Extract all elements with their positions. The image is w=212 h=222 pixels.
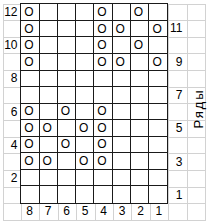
stitch-label-3: 3 bbox=[113, 204, 132, 219]
stitch-label-7: 7 bbox=[39, 204, 58, 219]
pattern-cell-empty bbox=[94, 186, 112, 203]
pattern-cell-empty bbox=[58, 71, 76, 88]
pattern-cell-yarn-over: O bbox=[149, 21, 167, 38]
pattern-cell-empty bbox=[76, 21, 94, 38]
pattern-cell-empty bbox=[21, 87, 39, 104]
pattern-cell-empty bbox=[131, 153, 149, 170]
pattern-cell-empty bbox=[131, 186, 149, 203]
stitch-label-2: 2 bbox=[131, 204, 150, 219]
row-label-right-1: 1 bbox=[170, 187, 183, 204]
pattern-cell-empty bbox=[76, 4, 94, 21]
row-label-right-7: 7 bbox=[170, 87, 183, 104]
pattern-cell-yarn-over: O bbox=[94, 153, 112, 170]
row-label-left-4: 4 bbox=[0, 137, 18, 154]
pattern-cell-empty bbox=[40, 186, 58, 203]
pattern-cell-empty bbox=[149, 186, 167, 203]
pattern-cell-empty bbox=[76, 186, 94, 203]
pattern-cell-yarn-over: O bbox=[40, 120, 58, 137]
pattern-cell-empty bbox=[58, 21, 76, 38]
pattern-cell-empty bbox=[76, 54, 94, 71]
pattern-cell-empty bbox=[131, 120, 149, 137]
pattern-cell-yarn-over: O bbox=[21, 54, 39, 71]
pattern-cell-yarn-over: O bbox=[149, 54, 167, 71]
row-label-right-5: 5 bbox=[170, 120, 183, 137]
pattern-cell-empty bbox=[76, 37, 94, 54]
pattern-cell-empty bbox=[21, 186, 39, 203]
pattern-cell-yarn-over: O bbox=[94, 37, 112, 54]
row-label-left-2: 2 bbox=[0, 170, 18, 187]
pattern-cell-empty bbox=[94, 87, 112, 104]
spreadsheet-hline bbox=[3, 220, 206, 221]
pattern-cell-empty bbox=[113, 186, 131, 203]
pattern-cell-empty bbox=[40, 137, 58, 154]
pattern-cell-empty bbox=[113, 4, 131, 21]
stitch-label-5: 5 bbox=[76, 204, 95, 219]
pattern-cell-empty bbox=[131, 137, 149, 154]
stitch-label-6: 6 bbox=[57, 204, 76, 219]
pattern-cell-empty bbox=[40, 37, 58, 54]
pattern-cell-empty bbox=[94, 170, 112, 187]
pattern-cell-empty bbox=[58, 153, 76, 170]
pattern-cell-yarn-over: O bbox=[21, 37, 39, 54]
pattern-cell-empty bbox=[149, 153, 167, 170]
pattern-cell-empty bbox=[149, 71, 167, 88]
rows-axis-title: Ряды bbox=[190, 79, 207, 139]
pattern-cell-yarn-over: O bbox=[94, 21, 112, 38]
pattern-cell-yarn-over: O bbox=[94, 54, 112, 71]
pattern-cell-yarn-over: O bbox=[21, 137, 39, 154]
pattern-cell-empty bbox=[58, 170, 76, 187]
pattern-cell-empty bbox=[113, 71, 131, 88]
row-label-right-9: 9 bbox=[170, 53, 183, 70]
pattern-cell-empty bbox=[113, 153, 131, 170]
pattern-cell-empty bbox=[131, 87, 149, 104]
row-label-left-10: 10 bbox=[0, 37, 18, 54]
pattern-cell-empty bbox=[113, 37, 131, 54]
pattern-cell-empty bbox=[58, 120, 76, 137]
pattern-cell-empty bbox=[40, 21, 58, 38]
knitting-chart-screenshot: OOOOOOOOOOOOOOOOOOOOOOOOOOOO 12108642 11… bbox=[0, 0, 212, 222]
pattern-cell-empty bbox=[21, 71, 39, 88]
pattern-cell-empty bbox=[113, 87, 131, 104]
pattern-cell-yarn-over: O bbox=[58, 104, 76, 121]
pattern-cell-empty bbox=[40, 71, 58, 88]
pattern-cell-yarn-over: O bbox=[76, 153, 94, 170]
pattern-cell-empty bbox=[58, 4, 76, 21]
pattern-cell-empty bbox=[113, 137, 131, 154]
pattern-cell-empty bbox=[149, 4, 167, 21]
pattern-cell-empty bbox=[149, 137, 167, 154]
pattern-cell-yarn-over: O bbox=[131, 4, 149, 21]
pattern-cell-empty bbox=[58, 54, 76, 71]
row-label-right-11: 11 bbox=[170, 20, 183, 37]
pattern-cell-empty bbox=[131, 21, 149, 38]
pattern-cell-empty bbox=[113, 104, 131, 121]
pattern-cell-yarn-over: O bbox=[94, 104, 112, 121]
pattern-cell-empty bbox=[76, 137, 94, 154]
pattern-cell-yarn-over: O bbox=[58, 137, 76, 154]
pattern-cell-empty bbox=[58, 37, 76, 54]
pattern-cell-yarn-over: O bbox=[113, 54, 131, 71]
pattern-cell-yarn-over: O bbox=[21, 153, 39, 170]
pattern-cell-empty bbox=[76, 104, 94, 121]
pattern-cell-empty bbox=[40, 54, 58, 71]
pattern-cell-empty bbox=[40, 170, 58, 187]
pattern-cell-empty bbox=[40, 87, 58, 104]
row-label-left-12: 12 bbox=[0, 4, 18, 21]
pattern-cell-empty bbox=[113, 170, 131, 187]
pattern-cell-empty bbox=[149, 87, 167, 104]
pattern-cell-empty bbox=[149, 104, 167, 121]
pattern-cell-yarn-over: O bbox=[40, 153, 58, 170]
pattern-cell-empty bbox=[76, 71, 94, 88]
pattern-cell-empty bbox=[40, 4, 58, 21]
pattern-cell-empty bbox=[58, 87, 76, 104]
pattern-cell-empty bbox=[76, 87, 94, 104]
stitch-label-4: 4 bbox=[94, 204, 113, 219]
pattern-cell-empty bbox=[113, 120, 131, 137]
pattern-cell-yarn-over: O bbox=[113, 21, 131, 38]
stitch-label-1: 1 bbox=[150, 204, 169, 219]
pattern-grid: OOOOOOOOOOOOOOOOOOOOOOOOOOOO bbox=[20, 3, 168, 203]
stitch-label-8: 8 bbox=[20, 204, 39, 219]
pattern-cell-empty bbox=[76, 170, 94, 187]
pattern-cell-empty bbox=[131, 54, 149, 71]
pattern-cell-yarn-over: O bbox=[131, 37, 149, 54]
pattern-cell-empty bbox=[40, 104, 58, 121]
pattern-cell-empty bbox=[131, 71, 149, 88]
pattern-cell-empty bbox=[149, 120, 167, 137]
pattern-cell-empty bbox=[149, 37, 167, 54]
pattern-cell-yarn-over: O bbox=[94, 120, 112, 137]
pattern-cell-yarn-over: O bbox=[21, 4, 39, 21]
pattern-cell-yarn-over: O bbox=[76, 120, 94, 137]
pattern-cell-empty bbox=[21, 170, 39, 187]
pattern-cell-empty bbox=[131, 104, 149, 121]
pattern-cell-empty bbox=[131, 170, 149, 187]
pattern-cell-empty bbox=[94, 71, 112, 88]
row-label-left-6: 6 bbox=[0, 103, 18, 120]
pattern-cell-empty bbox=[58, 186, 76, 203]
pattern-cell-yarn-over: O bbox=[94, 4, 112, 21]
row-label-right-3: 3 bbox=[170, 153, 183, 170]
pattern-cell-yarn-over: O bbox=[21, 104, 39, 121]
pattern-cell-yarn-over: O bbox=[21, 21, 39, 38]
pattern-cell-yarn-over: O bbox=[21, 120, 39, 137]
pattern-cell-empty bbox=[149, 170, 167, 187]
pattern-cell-yarn-over: O bbox=[94, 137, 112, 154]
row-label-left-8: 8 bbox=[0, 70, 18, 87]
